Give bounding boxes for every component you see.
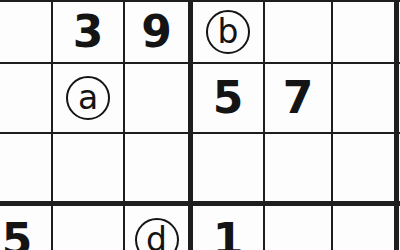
circled-letter: d <box>135 218 179 250</box>
sudoku-board: 39ba575d1 <box>0 0 400 250</box>
cell[interactable]: 3 <box>53 2 125 64</box>
cell[interactable] <box>0 2 53 64</box>
cell[interactable]: 1 <box>193 206 265 250</box>
given-digit: 5 <box>2 218 33 250</box>
cell[interactable] <box>265 2 333 64</box>
cell[interactable]: 5 <box>193 64 265 134</box>
cell[interactable] <box>125 134 193 206</box>
cell[interactable] <box>125 64 193 134</box>
cell[interactable]: d <box>125 206 193 250</box>
cell[interactable]: b <box>193 2 265 64</box>
cell[interactable] <box>333 2 399 64</box>
screen: 39ba575d1 <box>0 0 400 250</box>
cell[interactable]: a <box>53 64 125 134</box>
cell[interactable] <box>333 64 399 134</box>
cell[interactable]: 5 <box>0 206 53 250</box>
cell[interactable] <box>0 64 53 134</box>
cell[interactable] <box>265 206 333 250</box>
cell[interactable] <box>333 206 399 250</box>
cell[interactable] <box>193 134 265 206</box>
cell[interactable] <box>0 134 53 206</box>
cell[interactable]: 9 <box>125 2 193 64</box>
cell[interactable] <box>53 206 125 250</box>
given-digit: 7 <box>283 76 314 120</box>
given-digit: 1 <box>213 218 244 250</box>
cell[interactable] <box>53 134 125 206</box>
given-digit: 3 <box>73 10 104 54</box>
cell[interactable] <box>333 134 399 206</box>
given-digit: 5 <box>213 76 244 120</box>
given-digit: 9 <box>141 10 172 54</box>
circled-letter: a <box>66 76 110 120</box>
circled-letter: b <box>206 10 250 54</box>
cell[interactable]: 7 <box>265 64 333 134</box>
cell[interactable] <box>265 134 333 206</box>
